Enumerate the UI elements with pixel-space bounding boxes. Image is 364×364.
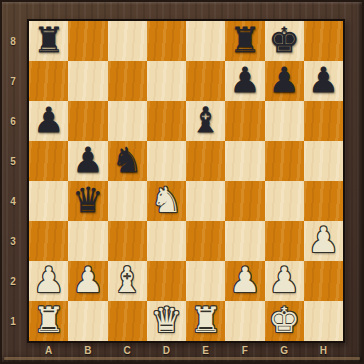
square-e8[interactable]: [186, 21, 225, 61]
square-a5[interactable]: [29, 141, 68, 181]
square-e7[interactable]: [186, 61, 225, 101]
square-d1[interactable]: ♛: [147, 301, 186, 341]
square-c6[interactable]: [108, 101, 147, 141]
square-h5[interactable]: [304, 141, 343, 181]
square-b2[interactable]: ♟: [68, 261, 107, 301]
square-c1[interactable]: [108, 301, 147, 341]
black-pawn[interactable]: ♟: [72, 143, 103, 178]
white-pawn[interactable]: ♟: [33, 263, 64, 298]
black-rook[interactable]: ♜: [229, 23, 260, 58]
wooden-frame: ♜♜♚♟♟♟♟♝♟♞♛♞♟♟♟♝♟♟♜♛♜♚ 87654321ABCDEFGH: [0, 0, 364, 364]
square-a3[interactable]: [29, 221, 68, 261]
rank-label-1: 1: [0, 301, 26, 341]
square-g8[interactable]: ♚: [265, 21, 304, 61]
file-label-d: D: [147, 342, 186, 359]
file-label-f: F: [225, 342, 264, 359]
square-c8[interactable]: [108, 21, 147, 61]
white-pawn[interactable]: ♟: [308, 223, 339, 258]
square-d2[interactable]: [147, 261, 186, 301]
square-a8[interactable]: ♜: [29, 21, 68, 61]
square-d6[interactable]: [147, 101, 186, 141]
square-a4[interactable]: [29, 181, 68, 221]
square-c2[interactable]: ♝: [108, 261, 147, 301]
black-knight[interactable]: ♞: [111, 143, 142, 178]
square-e2[interactable]: [186, 261, 225, 301]
square-b1[interactable]: [68, 301, 107, 341]
chess-board: ♜♜♚♟♟♟♟♝♟♞♛♞♟♟♟♝♟♟♜♛♜♚: [27, 19, 345, 343]
black-rook[interactable]: ♜: [33, 23, 64, 58]
rank-label-8: 8: [0, 21, 26, 61]
square-e1[interactable]: ♜: [186, 301, 225, 341]
square-e4[interactable]: [186, 181, 225, 221]
square-b5[interactable]: ♟: [68, 141, 107, 181]
square-b8[interactable]: [68, 21, 107, 61]
file-label-e: E: [186, 342, 225, 359]
white-queen[interactable]: ♛: [151, 303, 182, 338]
square-d8[interactable]: [147, 21, 186, 61]
white-rook[interactable]: ♜: [33, 303, 64, 338]
square-f6[interactable]: [225, 101, 264, 141]
square-f1[interactable]: [225, 301, 264, 341]
black-queen[interactable]: ♛: [72, 183, 103, 218]
square-h2[interactable]: [304, 261, 343, 301]
square-g2[interactable]: ♟: [265, 261, 304, 301]
rank-label-4: 4: [0, 181, 26, 221]
square-d7[interactable]: [147, 61, 186, 101]
square-d3[interactable]: [147, 221, 186, 261]
file-label-c: C: [108, 342, 147, 359]
square-f5[interactable]: [225, 141, 264, 181]
square-e5[interactable]: [186, 141, 225, 181]
square-c3[interactable]: [108, 221, 147, 261]
black-pawn[interactable]: ♟: [308, 63, 339, 98]
square-d4[interactable]: ♞: [147, 181, 186, 221]
white-knight[interactable]: ♞: [151, 183, 182, 218]
square-d5[interactable]: [147, 141, 186, 181]
square-c7[interactable]: [108, 61, 147, 101]
black-pawn[interactable]: ♟: [33, 103, 64, 138]
square-h6[interactable]: [304, 101, 343, 141]
file-label-g: G: [265, 342, 304, 359]
black-king[interactable]: ♚: [268, 23, 299, 58]
white-pawn[interactable]: ♟: [72, 263, 103, 298]
rank-label-2: 2: [0, 261, 26, 301]
square-a6[interactable]: ♟: [29, 101, 68, 141]
square-c5[interactable]: ♞: [108, 141, 147, 181]
black-bishop[interactable]: ♝: [190, 103, 221, 138]
square-f4[interactable]: [225, 181, 264, 221]
rank-label-7: 7: [0, 61, 26, 101]
square-f7[interactable]: ♟: [225, 61, 264, 101]
white-bishop[interactable]: ♝: [111, 263, 142, 298]
square-h4[interactable]: [304, 181, 343, 221]
square-a7[interactable]: [29, 61, 68, 101]
white-rook[interactable]: ♜: [190, 303, 221, 338]
square-e6[interactable]: ♝: [186, 101, 225, 141]
square-b7[interactable]: [68, 61, 107, 101]
square-c4[interactable]: [108, 181, 147, 221]
square-h8[interactable]: [304, 21, 343, 61]
rank-label-3: 3: [0, 221, 26, 261]
square-b3[interactable]: [68, 221, 107, 261]
file-label-a: A: [29, 342, 68, 359]
black-pawn[interactable]: ♟: [268, 63, 299, 98]
square-g3[interactable]: [265, 221, 304, 261]
square-g1[interactable]: ♚: [265, 301, 304, 341]
white-pawn[interactable]: ♟: [229, 263, 260, 298]
square-f3[interactable]: [225, 221, 264, 261]
square-g6[interactable]: [265, 101, 304, 141]
square-h1[interactable]: [304, 301, 343, 341]
file-label-b: B: [68, 342, 107, 359]
square-e3[interactable]: [186, 221, 225, 261]
square-a1[interactable]: ♜: [29, 301, 68, 341]
square-h3[interactable]: ♟: [304, 221, 343, 261]
square-g7[interactable]: ♟: [265, 61, 304, 101]
black-pawn[interactable]: ♟: [229, 63, 260, 98]
square-b6[interactable]: [68, 101, 107, 141]
rank-label-6: 6: [0, 101, 26, 141]
square-b4[interactable]: ♛: [68, 181, 107, 221]
square-f8[interactable]: ♜: [225, 21, 264, 61]
white-pawn[interactable]: ♟: [268, 263, 299, 298]
square-h7[interactable]: ♟: [304, 61, 343, 101]
square-f2[interactable]: ♟: [225, 261, 264, 301]
file-label-h: H: [304, 342, 343, 359]
white-king[interactable]: ♚: [268, 303, 299, 338]
square-g4[interactable]: [265, 181, 304, 221]
square-g5[interactable]: [265, 141, 304, 181]
square-a2[interactable]: ♟: [29, 261, 68, 301]
rank-label-5: 5: [0, 141, 26, 181]
